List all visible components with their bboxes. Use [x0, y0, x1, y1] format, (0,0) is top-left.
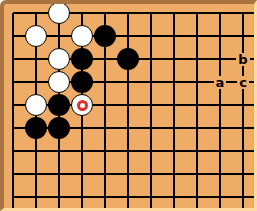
stone-black	[48, 117, 70, 139]
intersection-4-2	[71, 25, 94, 48]
go-board-diagram: abc	[0, 0, 257, 211]
stone-white	[25, 25, 47, 47]
intersection-5-2	[94, 25, 117, 48]
stone-white	[48, 71, 70, 93]
stone-white	[71, 25, 93, 47]
label-point-a: a	[209, 71, 232, 94]
intersection-3-1	[48, 2, 71, 25]
point-label-b: b	[236, 53, 249, 66]
stone-white-marked	[71, 94, 93, 116]
stone-black	[48, 94, 70, 116]
intersection-4-4	[71, 71, 94, 94]
intersection-6-3	[117, 48, 140, 71]
intersection-2-6	[25, 117, 48, 140]
stone-white	[48, 48, 70, 70]
stone-black	[71, 48, 93, 70]
board-grid: abc	[2, 2, 255, 209]
intersection-3-4	[48, 71, 71, 94]
stone-white	[25, 94, 47, 116]
stone-black	[25, 117, 47, 139]
label-point-b: b	[232, 48, 255, 71]
intersection-3-6	[48, 117, 71, 140]
point-label-c: c	[237, 76, 249, 89]
intersection-4-5	[71, 94, 94, 117]
stone-white	[48, 2, 70, 24]
point-label-a: a	[214, 76, 227, 89]
intersection-4-3	[71, 48, 94, 71]
intersection-3-3	[48, 48, 71, 71]
stone-black	[94, 25, 116, 47]
intersection-2-2	[25, 25, 48, 48]
circle-marker-icon	[77, 100, 88, 111]
stone-black	[117, 48, 139, 70]
board: abc	[4, 4, 254, 208]
intersection-3-5	[48, 94, 71, 117]
intersection-2-5	[25, 94, 48, 117]
label-point-c: c	[232, 71, 255, 94]
stone-black	[71, 71, 93, 93]
